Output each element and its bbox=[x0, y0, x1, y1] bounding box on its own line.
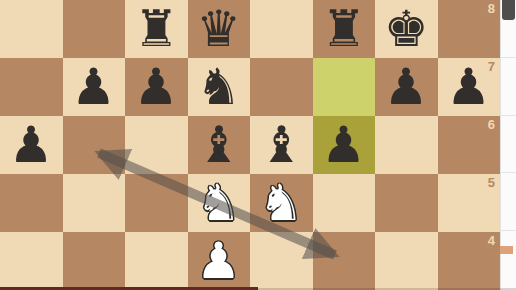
black-pawn[interactable]: ♟ bbox=[71, 58, 116, 116]
black-pawn[interactable]: ♟ bbox=[134, 58, 179, 116]
rank-label-5: 5 bbox=[488, 176, 495, 189]
square-c7[interactable]: ♟ bbox=[125, 58, 188, 116]
square-f4[interactable] bbox=[313, 232, 376, 290]
black-bishop[interactable]: ♝ bbox=[259, 116, 304, 174]
rank-label-8: 8 bbox=[488, 2, 495, 15]
square-e7[interactable] bbox=[250, 58, 313, 116]
square-a5[interactable] bbox=[0, 174, 63, 232]
white-pawn[interactable]: ♟ bbox=[196, 232, 241, 290]
scrollbar-separator bbox=[501, 115, 516, 116]
square-h4[interactable]: 4 bbox=[438, 232, 501, 290]
square-f6[interactable]: ♟ bbox=[313, 116, 376, 174]
square-h8[interactable]: 8 bbox=[438, 0, 501, 58]
square-b5[interactable] bbox=[63, 174, 126, 232]
square-c4[interactable] bbox=[125, 232, 188, 290]
square-g8[interactable]: ♚ bbox=[375, 0, 438, 58]
scrollbar-track[interactable] bbox=[500, 0, 516, 290]
square-g5[interactable] bbox=[375, 174, 438, 232]
black-pawn[interactable]: ♟ bbox=[321, 116, 366, 174]
square-c8[interactable]: ♜ bbox=[125, 0, 188, 58]
square-c6[interactable] bbox=[125, 116, 188, 174]
square-e4[interactable] bbox=[250, 232, 313, 290]
rank-label-4: 4 bbox=[488, 234, 495, 247]
chess-analysis-frame: ♜♛♜♚8♟♟♞♟♟7♟♝♝♟6♞♞5♟4 bbox=[0, 0, 516, 290]
scrollbar-thumb[interactable] bbox=[502, 0, 515, 20]
scrollbar-separator bbox=[501, 230, 516, 231]
square-h5[interactable]: 5 bbox=[438, 174, 501, 232]
square-h7[interactable]: ♟7 bbox=[438, 58, 501, 116]
square-f5[interactable] bbox=[313, 174, 376, 232]
black-rook[interactable]: ♜ bbox=[321, 0, 366, 58]
square-g6[interactable] bbox=[375, 116, 438, 174]
black-knight[interactable]: ♞ bbox=[196, 58, 241, 116]
white-knight[interactable]: ♞ bbox=[196, 174, 241, 232]
chess-board: ♜♛♜♚8♟♟♞♟♟7♟♝♝♟6♞♞5♟4 bbox=[0, 0, 500, 290]
black-rook[interactable]: ♜ bbox=[134, 0, 179, 58]
square-g4[interactable] bbox=[375, 232, 438, 290]
square-d8[interactable]: ♛ bbox=[188, 0, 251, 58]
square-c5[interactable] bbox=[125, 174, 188, 232]
rank-label-6: 6 bbox=[488, 118, 495, 131]
square-b7[interactable]: ♟ bbox=[63, 58, 126, 116]
square-b6[interactable] bbox=[63, 116, 126, 174]
square-a8[interactable] bbox=[0, 0, 63, 58]
square-d6[interactable]: ♝ bbox=[188, 116, 251, 174]
square-a6[interactable]: ♟ bbox=[0, 116, 63, 174]
black-pawn[interactable]: ♟ bbox=[446, 58, 491, 116]
square-d7[interactable]: ♞ bbox=[188, 58, 251, 116]
square-b4[interactable] bbox=[63, 232, 126, 290]
scrollbar-separator bbox=[501, 57, 516, 58]
white-knight[interactable]: ♞ bbox=[259, 174, 304, 232]
square-e6[interactable]: ♝ bbox=[250, 116, 313, 174]
square-f8[interactable]: ♜ bbox=[313, 0, 376, 58]
black-king[interactable]: ♚ bbox=[384, 0, 429, 58]
square-f7[interactable] bbox=[313, 58, 376, 116]
black-queen[interactable]: ♛ bbox=[196, 0, 241, 58]
square-h6[interactable]: 6 bbox=[438, 116, 501, 174]
square-a7[interactable] bbox=[0, 58, 63, 116]
square-e5[interactable]: ♞ bbox=[250, 174, 313, 232]
square-b8[interactable] bbox=[63, 0, 126, 58]
black-bishop[interactable]: ♝ bbox=[196, 116, 241, 174]
square-a4[interactable] bbox=[0, 232, 63, 290]
square-g7[interactable]: ♟ bbox=[375, 58, 438, 116]
square-e8[interactable] bbox=[250, 0, 313, 58]
black-pawn[interactable]: ♟ bbox=[9, 116, 54, 174]
black-pawn[interactable]: ♟ bbox=[384, 58, 429, 116]
square-d5[interactable]: ♞ bbox=[188, 174, 251, 232]
square-d4[interactable]: ♟ bbox=[188, 232, 251, 290]
scrollbar-separator bbox=[501, 172, 516, 173]
scrollbar-marker bbox=[500, 246, 513, 254]
